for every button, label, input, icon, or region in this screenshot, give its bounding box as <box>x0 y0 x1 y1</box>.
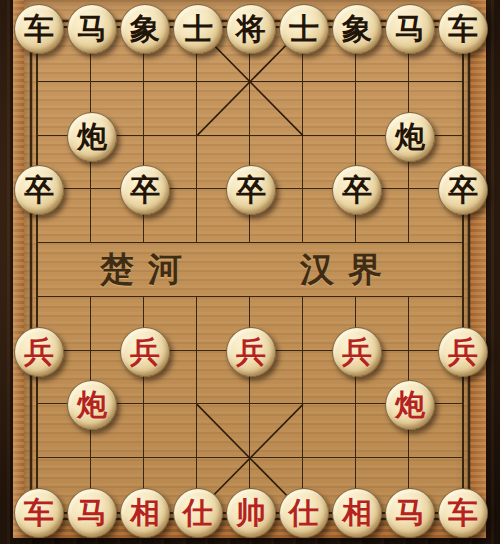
piece-black-chariot[interactable]: 车 <box>14 4 64 54</box>
piece-glyph: 兵 <box>342 337 372 367</box>
piece-glyph: 兵 <box>130 337 160 367</box>
piece-glyph: 车 <box>448 498 478 528</box>
piece-glyph: 车 <box>448 14 478 44</box>
piece-glyph: 士 <box>183 14 213 44</box>
piece-glyph: 仕 <box>289 498 319 528</box>
piece-black-elephant[interactable]: 象 <box>120 4 170 54</box>
piece-black-chariot[interactable]: 车 <box>438 4 488 54</box>
piece-glyph: 马 <box>395 14 425 44</box>
piece-red-soldier[interactable]: 兵 <box>332 327 382 377</box>
board-cell[interactable] <box>250 82 303 136</box>
piece-black-general[interactable]: 将 <box>226 4 276 54</box>
piece-red-horse[interactable]: 马 <box>385 488 435 538</box>
piece-glyph: 将 <box>236 14 266 44</box>
piece-red-soldier[interactable]: 兵 <box>120 327 170 377</box>
piece-glyph: 马 <box>395 498 425 528</box>
board-cell[interactable] <box>197 82 250 136</box>
piece-black-advisor[interactable]: 士 <box>173 4 223 54</box>
piece-glyph: 卒 <box>342 175 372 205</box>
piece-glyph: 士 <box>289 14 319 44</box>
piece-black-cannon[interactable]: 炮 <box>385 112 435 162</box>
piece-black-soldier[interactable]: 卒 <box>120 165 170 215</box>
river-label-right: 汉界 <box>300 247 396 293</box>
piece-black-horse[interactable]: 马 <box>385 4 435 54</box>
piece-red-soldier[interactable]: 兵 <box>438 327 488 377</box>
board-cell[interactable] <box>144 404 197 458</box>
piece-glyph: 相 <box>130 498 160 528</box>
piece-glyph: 象 <box>130 14 160 44</box>
board-cell[interactable] <box>250 404 303 458</box>
piece-black-elephant[interactable]: 象 <box>332 4 382 54</box>
piece-glyph: 炮 <box>395 390 425 420</box>
piece-red-general[interactable]: 帅 <box>226 488 276 538</box>
piece-glyph: 卒 <box>236 175 266 205</box>
piece-red-advisor[interactable]: 仕 <box>279 488 329 538</box>
piece-red-elephant[interactable]: 相 <box>332 488 382 538</box>
xiangqi-app: 楚河 汉界 车马象士将士象马车炮炮卒卒卒卒卒兵兵兵兵兵炮炮车马相仕帅仕相马车 <box>0 0 500 544</box>
river-label-left: 楚河 <box>100 247 196 293</box>
piece-glyph: 车 <box>24 498 54 528</box>
piece-glyph: 仕 <box>183 498 213 528</box>
piece-glyph: 帅 <box>236 498 266 528</box>
piece-glyph: 马 <box>77 14 107 44</box>
board-cell[interactable] <box>144 82 197 136</box>
board-cell[interactable] <box>303 404 356 458</box>
piece-black-soldier[interactable]: 卒 <box>332 165 382 215</box>
piece-red-advisor[interactable]: 仕 <box>173 488 223 538</box>
piece-red-chariot[interactable]: 车 <box>438 488 488 538</box>
river: 楚河 汉界 <box>40 244 460 296</box>
piece-glyph: 炮 <box>77 390 107 420</box>
piece-glyph: 马 <box>77 498 107 528</box>
piece-glyph: 卒 <box>130 175 160 205</box>
piece-black-soldier[interactable]: 卒 <box>226 165 276 215</box>
piece-glyph: 兵 <box>236 337 266 367</box>
piece-red-chariot[interactable]: 车 <box>14 488 64 538</box>
piece-red-soldier[interactable]: 兵 <box>14 327 64 377</box>
board-cell[interactable] <box>303 82 356 136</box>
piece-red-elephant[interactable]: 相 <box>120 488 170 538</box>
piece-glyph: 兵 <box>448 337 478 367</box>
board-cell[interactable] <box>197 404 250 458</box>
piece-black-horse[interactable]: 马 <box>67 4 117 54</box>
piece-glyph: 炮 <box>395 122 425 152</box>
xiangqi-board: 楚河 汉界 车马象士将士象马车炮炮卒卒卒卒卒兵兵兵兵兵炮炮车马相仕帅仕相马车 <box>38 28 462 512</box>
piece-black-soldier[interactable]: 卒 <box>438 165 488 215</box>
piece-glyph: 兵 <box>24 337 54 367</box>
piece-red-horse[interactable]: 马 <box>67 488 117 538</box>
piece-glyph: 卒 <box>24 175 54 205</box>
piece-glyph: 相 <box>342 498 372 528</box>
piece-red-soldier[interactable]: 兵 <box>226 327 276 377</box>
piece-glyph: 象 <box>342 14 372 44</box>
piece-glyph: 车 <box>24 14 54 44</box>
piece-black-cannon[interactable]: 炮 <box>67 112 117 162</box>
piece-glyph: 卒 <box>448 175 478 205</box>
piece-black-soldier[interactable]: 卒 <box>14 165 64 215</box>
piece-glyph: 炮 <box>77 122 107 152</box>
piece-black-advisor[interactable]: 士 <box>279 4 329 54</box>
